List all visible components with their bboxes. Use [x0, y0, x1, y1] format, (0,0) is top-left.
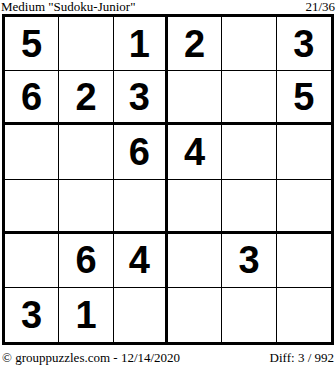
- cell-r6c5-empty[interactable]: [222, 288, 276, 342]
- difficulty-text: Diff: 3 / 992: [270, 350, 336, 365]
- cell-r6c4-empty[interactable]: [168, 288, 222, 342]
- header: Medium "Sudoku-Junior" 21/36: [0, 0, 336, 14]
- cell-r6c1-given-3: 3: [5, 288, 59, 342]
- puzzle-title: Medium "Sudoku-Junior": [0, 0, 135, 13]
- cell-r1c1-given-5: 5: [5, 17, 59, 71]
- cell-r5c6-empty[interactable]: [277, 234, 331, 288]
- sudoku-grid: 512362356464331: [2, 14, 334, 345]
- cell-r5c4-empty[interactable]: [168, 234, 222, 288]
- cell-r2c2-given-2: 2: [59, 71, 113, 125]
- footer: © grouppuzzles.com - 12/14/2020 Diff: 3 …: [0, 350, 336, 365]
- cell-r3c5-empty[interactable]: [222, 125, 276, 179]
- cell-r2c4-empty[interactable]: [168, 71, 222, 125]
- cell-r1c3-given-1: 1: [114, 17, 168, 71]
- copyright-text: © grouppuzzles.com - 12/14/2020: [0, 350, 180, 365]
- cell-r5c1-empty[interactable]: [5, 234, 59, 288]
- cell-r6c2-given-1: 1: [59, 288, 113, 342]
- cell-r1c6-given-3: 3: [277, 17, 331, 71]
- cell-r2c5-empty[interactable]: [222, 71, 276, 125]
- cell-r3c3-given-6: 6: [114, 125, 168, 179]
- cell-r6c6-empty[interactable]: [277, 288, 331, 342]
- cell-r4c6-empty[interactable]: [277, 180, 331, 234]
- cell-r5c2-given-6: 6: [59, 234, 113, 288]
- cell-r1c5-empty[interactable]: [222, 17, 276, 71]
- cell-r4c4-empty[interactable]: [168, 180, 222, 234]
- cell-r4c5-empty[interactable]: [222, 180, 276, 234]
- cell-r2c6-given-5: 5: [277, 71, 331, 125]
- cell-r3c2-empty[interactable]: [59, 125, 113, 179]
- cell-r3c4-given-4: 4: [168, 125, 222, 179]
- cell-r3c6-empty[interactable]: [277, 125, 331, 179]
- cell-r4c2-empty[interactable]: [59, 180, 113, 234]
- cell-r2c1-given-6: 6: [5, 71, 59, 125]
- cells-remaining-counter: 21/36: [305, 0, 336, 13]
- cell-r3c1-empty[interactable]: [5, 125, 59, 179]
- cell-r5c3-given-4: 4: [114, 234, 168, 288]
- cell-r4c3-empty[interactable]: [114, 180, 168, 234]
- cell-r5c5-given-3: 3: [222, 234, 276, 288]
- cell-r6c3-empty[interactable]: [114, 288, 168, 342]
- cell-r1c4-given-2: 2: [168, 17, 222, 71]
- cell-r1c2-empty[interactable]: [59, 17, 113, 71]
- cell-r2c3-given-3: 3: [114, 71, 168, 125]
- cell-r4c1-empty[interactable]: [5, 180, 59, 234]
